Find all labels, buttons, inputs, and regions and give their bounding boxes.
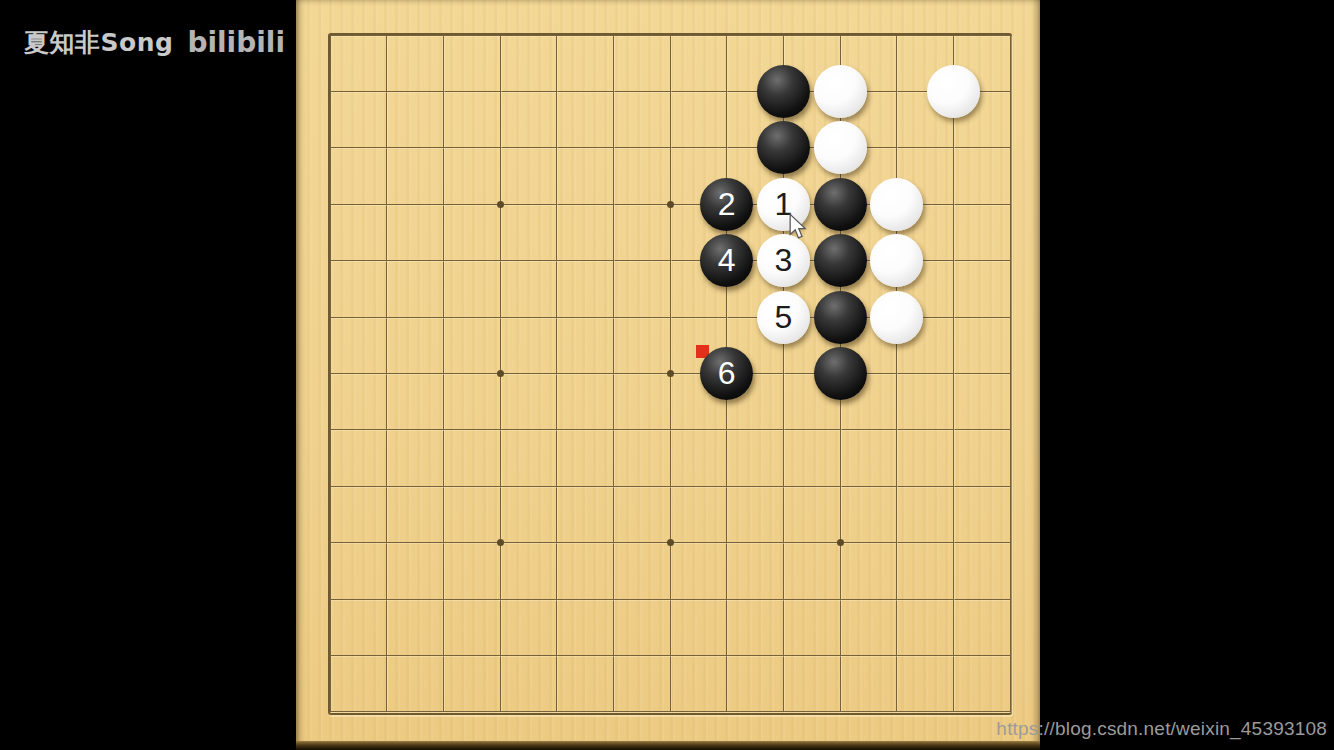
- white-stone: [814, 65, 867, 118]
- watermark: 夏知非Song bilibili: [24, 26, 285, 59]
- grid-line-horizontal: [330, 599, 1010, 600]
- move-number-label: 5: [774, 299, 792, 336]
- mouse-cursor-icon: [787, 213, 807, 239]
- move-number-label: 2: [718, 186, 736, 223]
- board-bottom-edge: [296, 741, 1040, 750]
- black-stone: [757, 65, 810, 118]
- star-point: [497, 201, 504, 208]
- star-point: [497, 539, 504, 546]
- black-stone: [814, 178, 867, 231]
- grid-line-horizontal: [330, 429, 1010, 430]
- white-stone: [927, 65, 980, 118]
- grid-line-horizontal: [330, 486, 1010, 487]
- go-board[interactable]: 214356: [296, 0, 1040, 750]
- grid-line-horizontal: [330, 711, 1010, 712]
- star-point: [667, 201, 674, 208]
- white-stone: 5: [757, 291, 810, 344]
- channel-name: 夏知非Song: [24, 26, 173, 59]
- star-point: [497, 370, 504, 377]
- move-number-label: 4: [718, 242, 736, 279]
- move-number-label: 6: [718, 355, 736, 392]
- black-stone: 2: [700, 178, 753, 231]
- black-stone: [814, 234, 867, 287]
- grid-line-vertical: [896, 35, 897, 712]
- bilibili-logo: bilibili: [187, 25, 285, 59]
- video-frame: 夏知非Song bilibili 214356 https://blog.csd…: [0, 0, 1334, 750]
- move-number-label: 3: [774, 242, 792, 279]
- star-point: [667, 370, 674, 377]
- black-stone: [814, 291, 867, 344]
- black-stone: [757, 121, 810, 174]
- grid-line-vertical: [953, 35, 954, 712]
- white-stone: [870, 291, 923, 344]
- white-stone: [814, 121, 867, 174]
- black-stone: [814, 347, 867, 400]
- grid-line-horizontal: [330, 655, 1010, 656]
- star-point: [667, 539, 674, 546]
- black-stone: 4: [700, 234, 753, 287]
- white-stone: 3: [757, 234, 810, 287]
- star-point: [837, 539, 844, 546]
- black-stone: 6: [700, 347, 753, 400]
- csdn-watermark-url: https://blog.csdn.net/weixin_45393108: [996, 718, 1327, 740]
- white-stone: [870, 234, 923, 287]
- white-stone: [870, 178, 923, 231]
- grid-line-vertical: [1010, 35, 1011, 712]
